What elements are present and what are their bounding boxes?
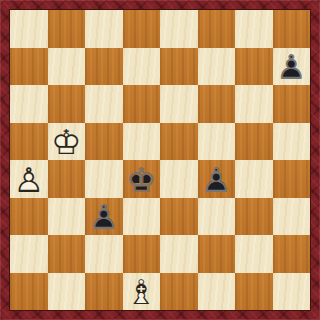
square-h6[interactable] [273, 85, 311, 123]
square-b4[interactable] [48, 160, 86, 198]
black-pawn[interactable]: ♟♙ [198, 160, 236, 198]
square-d8[interactable] [123, 10, 161, 48]
square-a5[interactable] [10, 123, 48, 161]
square-f7[interactable] [198, 48, 236, 86]
square-c4[interactable] [85, 160, 123, 198]
square-d6[interactable] [123, 85, 161, 123]
square-e7[interactable] [160, 48, 198, 86]
square-c3[interactable]: ♟♙ [85, 198, 123, 236]
square-g7[interactable] [235, 48, 273, 86]
square-d2[interactable] [123, 235, 161, 273]
white-king-glyph-outline: ♔ [48, 123, 86, 161]
square-c8[interactable] [85, 10, 123, 48]
white-king[interactable]: ♚♔ [48, 123, 86, 161]
square-a7[interactable] [10, 48, 48, 86]
square-g4[interactable] [235, 160, 273, 198]
square-f6[interactable] [198, 85, 236, 123]
square-a6[interactable] [10, 85, 48, 123]
black-pawn[interactable]: ♟♙ [85, 198, 123, 236]
square-b1[interactable] [48, 273, 86, 311]
square-b5[interactable]: ♚♔ [48, 123, 86, 161]
square-e2[interactable] [160, 235, 198, 273]
square-g5[interactable] [235, 123, 273, 161]
white-bishop-glyph-outline: ♗ [123, 273, 161, 311]
square-c7[interactable] [85, 48, 123, 86]
square-e6[interactable] [160, 85, 198, 123]
square-g1[interactable] [235, 273, 273, 311]
square-h7[interactable]: ♟♙ [273, 48, 311, 86]
black-pawn[interactable]: ♟♙ [273, 48, 311, 86]
white-pawn-glyph-outline: ♙ [10, 160, 48, 198]
square-e4[interactable] [160, 160, 198, 198]
square-h5[interactable] [273, 123, 311, 161]
square-g8[interactable] [235, 10, 273, 48]
square-d7[interactable] [123, 48, 161, 86]
black-pawn-glyph-outline: ♙ [198, 160, 236, 198]
square-d3[interactable] [123, 198, 161, 236]
black-pawn-glyph-outline: ♙ [85, 198, 123, 236]
square-a1[interactable] [10, 273, 48, 311]
square-c1[interactable] [85, 273, 123, 311]
square-e5[interactable] [160, 123, 198, 161]
chess-diagram: ♟♙♚♔♟♙♚♔♟♙♟♙♝♗ [0, 0, 320, 320]
square-c6[interactable] [85, 85, 123, 123]
square-a2[interactable] [10, 235, 48, 273]
square-f4[interactable]: ♟♙ [198, 160, 236, 198]
square-d4[interactable]: ♚♔ [123, 160, 161, 198]
square-e8[interactable] [160, 10, 198, 48]
square-a4[interactable]: ♟♙ [10, 160, 48, 198]
square-f2[interactable] [198, 235, 236, 273]
square-b6[interactable] [48, 85, 86, 123]
square-b8[interactable] [48, 10, 86, 48]
board-frame: ♟♙♚♔♟♙♚♔♟♙♟♙♝♗ [0, 0, 320, 320]
square-h3[interactable] [273, 198, 311, 236]
square-g2[interactable] [235, 235, 273, 273]
square-a8[interactable] [10, 10, 48, 48]
square-f8[interactable] [198, 10, 236, 48]
black-pawn-glyph-outline: ♙ [273, 48, 311, 86]
square-d5[interactable] [123, 123, 161, 161]
square-f1[interactable] [198, 273, 236, 311]
square-h2[interactable] [273, 235, 311, 273]
square-b3[interactable] [48, 198, 86, 236]
square-f3[interactable] [198, 198, 236, 236]
square-f5[interactable] [198, 123, 236, 161]
white-pawn[interactable]: ♟♙ [10, 160, 48, 198]
square-e1[interactable] [160, 273, 198, 311]
square-c5[interactable] [85, 123, 123, 161]
square-a3[interactable] [10, 198, 48, 236]
black-king[interactable]: ♚♔ [123, 160, 161, 198]
square-b7[interactable] [48, 48, 86, 86]
black-king-glyph-outline: ♔ [123, 160, 161, 198]
square-h1[interactable] [273, 273, 311, 311]
square-h8[interactable] [273, 10, 311, 48]
chess-board[interactable]: ♟♙♚♔♟♙♚♔♟♙♟♙♝♗ [9, 9, 311, 311]
square-e3[interactable] [160, 198, 198, 236]
white-bishop[interactable]: ♝♗ [123, 273, 161, 311]
square-g6[interactable] [235, 85, 273, 123]
square-g3[interactable] [235, 198, 273, 236]
square-c2[interactable] [85, 235, 123, 273]
square-b2[interactable] [48, 235, 86, 273]
square-h4[interactable] [273, 160, 311, 198]
square-d1[interactable]: ♝♗ [123, 273, 161, 311]
